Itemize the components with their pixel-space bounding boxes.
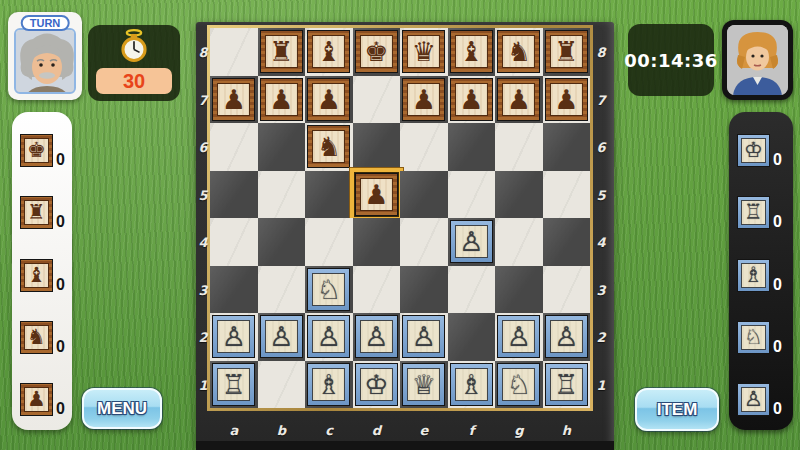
pawn-glyph: ♟ (27, 389, 46, 410)
square-b2[interactable]: ♙ (258, 313, 306, 361)
move-timer-value: 30 (96, 68, 172, 94)
file-label-f: f (465, 423, 479, 438)
captured-white-knight-count: 0 (773, 338, 782, 356)
piece-black-pawn-g7[interactable]: ♟ (497, 78, 540, 121)
square-g4[interactable] (495, 218, 543, 266)
square-a2[interactable]: ♙ (210, 313, 258, 361)
thatcher-avatar (727, 25, 788, 95)
black-pawn-icon: ♟ (20, 383, 53, 416)
square-h8[interactable]: ♜ (543, 28, 591, 76)
square-e2[interactable]: ♙ (400, 313, 448, 361)
square-d1[interactable]: ♔ (353, 361, 401, 409)
square-h4[interactable] (543, 218, 591, 266)
chess-piece-glyph: ♟ (317, 86, 341, 113)
chess-piece-glyph: ♙ (269, 323, 293, 350)
captured-black-pawn-row: ♟0 (20, 383, 72, 416)
black-rook-icon: ♜ (20, 196, 53, 229)
piece-black-bishop-f8[interactable]: ♝ (450, 30, 493, 73)
file-label-h: h (560, 423, 574, 438)
square-b3[interactable] (258, 266, 306, 314)
square-c1[interactable]: ♗ (305, 361, 353, 409)
square-d4[interactable] (353, 218, 401, 266)
square-d6[interactable] (353, 123, 401, 171)
chess-piece-glyph: ♙ (507, 323, 531, 350)
chess-piece-glyph: ♟ (269, 86, 293, 113)
captured-white-bishop-count: 0 (773, 276, 782, 294)
rank-label-right-5: 5 (593, 188, 609, 203)
chess-piece-glyph: ♝ (317, 38, 341, 65)
captured-black-king-count: 0 (56, 151, 65, 169)
chess-piece-glyph: ♜ (269, 38, 293, 65)
menu-button[interactable]: MENU (82, 388, 162, 429)
chess-piece-glyph: ♗ (459, 371, 483, 398)
piece-white-bishop-f1[interactable]: ♗ (450, 363, 493, 406)
chess-piece-glyph: ♛ (412, 38, 436, 65)
player-card-left[interactable]: TURN (8, 12, 82, 100)
captured-black-knight-count: 0 (56, 338, 65, 356)
square-h3[interactable] (543, 266, 591, 314)
piece-white-pawn-g2[interactable]: ♙ (497, 315, 540, 358)
square-d5[interactable]: ♟ (353, 171, 401, 219)
square-g3[interactable] (495, 266, 543, 314)
square-c5[interactable] (305, 171, 353, 219)
captured-black-knight-row: ♞0 (20, 321, 72, 354)
chess-board[interactable]: ♜♝♚♛♝♞♜♟♟♟♟♟♟♟♞♟♙♘♙♙♙♙♙♙♙♖♗♔♕♗♘♖ (210, 28, 590, 408)
rank-label-right-2: 2 (593, 330, 609, 345)
square-d7[interactable] (353, 76, 401, 124)
square-g2[interactable]: ♙ (495, 313, 543, 361)
square-a5[interactable] (210, 171, 258, 219)
piece-black-rook-b8[interactable]: ♜ (260, 30, 303, 73)
rook-glyph: ♜ (27, 202, 46, 223)
square-g5[interactable] (495, 171, 543, 219)
piece-black-knight-g8[interactable]: ♞ (497, 30, 540, 73)
einstein-portrait-illustration (16, 30, 76, 94)
captured-black-bishop-count: 0 (56, 276, 65, 294)
square-b7[interactable]: ♟ (258, 76, 306, 124)
knight-glyph: ♘ (744, 327, 763, 348)
piece-white-knight-c3[interactable]: ♘ (307, 268, 350, 311)
captured-white-knight-row: ♘0 (737, 321, 793, 354)
piece-white-king-d1[interactable]: ♔ (355, 363, 398, 406)
square-b4[interactable] (258, 218, 306, 266)
chess-piece-glyph: ♞ (317, 133, 341, 160)
square-b1[interactable] (258, 361, 306, 409)
square-g7[interactable]: ♟ (495, 76, 543, 124)
black-knight-icon: ♞ (20, 321, 53, 354)
chess-piece-glyph: ♕ (412, 371, 436, 398)
square-a3[interactable] (210, 266, 258, 314)
piece-black-pawn-e7[interactable]: ♟ (402, 78, 445, 121)
captured-white-king-row: ♔0 (737, 134, 793, 167)
move-timer-box: 30 (88, 25, 180, 101)
pawn-glyph: ♙ (744, 389, 763, 410)
square-a4[interactable] (210, 218, 258, 266)
file-label-d: d (370, 423, 384, 438)
white-bishop-icon: ♗ (737, 259, 770, 292)
chess-piece-glyph: ♟ (554, 86, 578, 113)
chess-piece-glyph: ♙ (317, 323, 341, 350)
square-g6[interactable] (495, 123, 543, 171)
piece-white-pawn-c2[interactable]: ♙ (307, 315, 350, 358)
square-f7[interactable]: ♟ (448, 76, 496, 124)
piece-white-rook-a1[interactable]: ♖ (212, 363, 255, 406)
square-c4[interactable] (305, 218, 353, 266)
piece-black-rook-h8[interactable]: ♜ (545, 30, 588, 73)
chess-piece-glyph: ♖ (222, 371, 246, 398)
black-bishop-icon: ♝ (20, 259, 53, 292)
captured-white-king-count: 0 (773, 151, 782, 169)
capture-tray-black-pieces: ♚0♜0♝0♞0♟0 (12, 112, 72, 430)
rook-glyph: ♖ (744, 202, 763, 223)
rank-label-right-6: 6 (593, 140, 609, 155)
black-king-icon: ♚ (20, 134, 53, 167)
square-d3[interactable] (353, 266, 401, 314)
bishop-glyph: ♗ (744, 265, 763, 286)
square-e5[interactable] (400, 171, 448, 219)
square-e7[interactable]: ♟ (400, 76, 448, 124)
bishop-glyph: ♝ (27, 265, 46, 286)
chess-piece-glyph: ♗ (317, 371, 341, 398)
square-c7[interactable]: ♟ (305, 76, 353, 124)
square-a8[interactable] (210, 28, 258, 76)
square-b5[interactable] (258, 171, 306, 219)
square-c2[interactable]: ♙ (305, 313, 353, 361)
chess-piece-glyph: ♙ (412, 323, 436, 350)
piece-black-pawn-h7[interactable]: ♟ (545, 78, 588, 121)
captured-black-rook-count: 0 (56, 213, 65, 231)
square-b6[interactable] (258, 123, 306, 171)
square-c3[interactable]: ♘ (305, 266, 353, 314)
chess-piece-glyph: ♟ (222, 86, 246, 113)
chess-board-frame: ♜♝♚♛♝♞♜♟♟♟♟♟♟♟♞♟♙♘♙♙♙♙♙♙♙♖♗♔♕♗♘♖ 8877665… (196, 22, 614, 450)
chess-piece-glyph: ♔ (364, 371, 388, 398)
square-h7[interactable]: ♟ (543, 76, 591, 124)
game-screen: ♜♝♚♛♝♞♜♟♟♟♟♟♟♟♞♟♙♘♙♙♙♙♙♙♙♖♗♔♕♗♘♖ 8877665… (0, 0, 800, 450)
rank-label-right-7: 7 (593, 93, 609, 108)
captured-black-bishop-row: ♝0 (20, 259, 72, 292)
chess-piece-glyph: ♟ (412, 86, 436, 113)
captured-white-pawn-count: 0 (773, 400, 782, 418)
square-f3[interactable] (448, 266, 496, 314)
captured-black-king-row: ♚0 (20, 134, 72, 167)
file-label-c: c (322, 423, 336, 438)
chess-piece-glyph: ♝ (459, 38, 483, 65)
square-a1[interactable]: ♖ (210, 361, 258, 409)
square-f4[interactable]: ♙ (448, 218, 496, 266)
item-button[interactable]: ITEM (635, 388, 719, 431)
square-g8[interactable]: ♞ (495, 28, 543, 76)
thatcher-portrait-illustration (727, 25, 788, 95)
square-f6[interactable] (448, 123, 496, 171)
rank-label-right-3: 3 (593, 283, 609, 298)
square-c8[interactable]: ♝ (305, 28, 353, 76)
square-h5[interactable] (543, 171, 591, 219)
piece-white-pawn-d2[interactable]: ♙ (355, 315, 398, 358)
square-c6[interactable]: ♞ (305, 123, 353, 171)
square-a7[interactable]: ♟ (210, 76, 258, 124)
square-d2[interactable]: ♙ (353, 313, 401, 361)
turn-badge: TURN (21, 15, 70, 31)
white-pawn-icon: ♙ (737, 383, 770, 416)
rank-label-right-4: 4 (593, 235, 609, 250)
square-h2[interactable]: ♙ (543, 313, 591, 361)
square-e4[interactable] (400, 218, 448, 266)
square-f1[interactable]: ♗ (448, 361, 496, 409)
captured-white-rook-row: ♖0 (737, 196, 793, 229)
piece-black-bishop-c8[interactable]: ♝ (307, 30, 350, 73)
chess-piece-glyph: ♟ (364, 181, 388, 208)
square-f2[interactable] (448, 313, 496, 361)
piece-black-queen-e8[interactable]: ♛ (402, 30, 445, 73)
square-b8[interactable]: ♜ (258, 28, 306, 76)
chess-piece-glyph: ♞ (507, 38, 531, 65)
chess-piece-glyph: ♟ (459, 86, 483, 113)
piece-white-pawn-e2[interactable]: ♙ (402, 315, 445, 358)
chess-piece-glyph: ♘ (317, 276, 341, 303)
file-label-e: e (417, 423, 431, 438)
chess-piece-glyph: ♙ (554, 323, 578, 350)
square-f5[interactable] (448, 171, 496, 219)
capture-tray-white-pieces: ♔0♖0♗0♘0♙0 (729, 112, 793, 430)
piece-white-knight-g1[interactable]: ♘ (497, 363, 540, 406)
captured-white-rook-count: 0 (773, 213, 782, 231)
rank-label-right-1: 1 (593, 378, 609, 393)
chess-piece-glyph: ♙ (222, 323, 246, 350)
piece-black-king-d8[interactable]: ♚ (355, 30, 398, 73)
white-rook-icon: ♖ (737, 196, 770, 229)
captured-black-pawn-count: 0 (56, 400, 65, 418)
square-e8[interactable]: ♛ (400, 28, 448, 76)
piece-white-queen-e1[interactable]: ♕ (402, 363, 445, 406)
square-a6[interactable] (210, 123, 258, 171)
einstein-avatar (14, 28, 76, 94)
captured-black-rook-row: ♜0 (20, 196, 72, 229)
captured-white-bishop-row: ♗0 (737, 259, 793, 292)
player-card-right[interactable] (722, 20, 793, 100)
knight-glyph: ♞ (27, 327, 46, 348)
captured-white-pawn-row: ♙0 (737, 383, 793, 416)
piece-white-pawn-h2[interactable]: ♙ (545, 315, 588, 358)
piece-black-pawn-d5[interactable]: ♟ (355, 173, 398, 216)
square-h6[interactable] (543, 123, 591, 171)
piece-black-pawn-f7[interactable]: ♟ (450, 78, 493, 121)
white-knight-icon: ♘ (737, 321, 770, 354)
square-e6[interactable] (400, 123, 448, 171)
piece-black-pawn-a7[interactable]: ♟ (212, 78, 255, 121)
chess-piece-glyph: ♖ (554, 371, 578, 398)
piece-black-knight-c6[interactable]: ♞ (307, 125, 350, 168)
square-h1[interactable]: ♖ (543, 361, 591, 409)
chess-piece-glyph: ♙ (364, 323, 388, 350)
file-label-g: g (512, 423, 526, 438)
square-e1[interactable]: ♕ (400, 361, 448, 409)
square-f8[interactable]: ♝ (448, 28, 496, 76)
king-glyph: ♔ (744, 140, 763, 161)
piece-white-pawn-b2[interactable]: ♙ (260, 315, 303, 358)
chess-piece-glyph: ♚ (364, 38, 388, 65)
stopwatch-icon (117, 28, 151, 64)
piece-black-pawn-c7[interactable]: ♟ (307, 78, 350, 121)
file-label-b: b (275, 423, 289, 438)
piece-white-pawn-f4[interactable]: ♙ (450, 220, 493, 263)
piece-black-pawn-b7[interactable]: ♟ (260, 78, 303, 121)
white-king-icon: ♔ (737, 134, 770, 167)
square-g1[interactable]: ♘ (495, 361, 543, 409)
king-glyph: ♚ (27, 140, 46, 161)
piece-white-pawn-a2[interactable]: ♙ (212, 315, 255, 358)
file-label-a: a (227, 423, 241, 438)
square-d8[interactable]: ♚ (353, 28, 401, 76)
piece-white-rook-h1[interactable]: ♖ (545, 363, 588, 406)
chess-piece-glyph: ♟ (507, 86, 531, 113)
chess-piece-glyph: ♘ (507, 371, 531, 398)
rank-label-right-8: 8 (593, 45, 609, 60)
square-e3[interactable] (400, 266, 448, 314)
chess-piece-glyph: ♜ (554, 38, 578, 65)
game-clock: 00:14:36 (628, 24, 714, 96)
piece-white-bishop-c1[interactable]: ♗ (307, 363, 350, 406)
chess-piece-glyph: ♙ (459, 228, 483, 255)
